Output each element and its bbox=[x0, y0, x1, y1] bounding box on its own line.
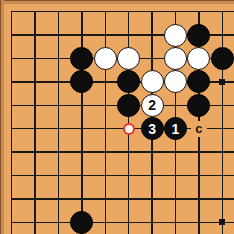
star-point bbox=[219, 219, 225, 225]
black-stone bbox=[70, 47, 93, 70]
grid-line-vertical bbox=[58, 11, 60, 234]
grid-line-horizontal bbox=[11, 198, 234, 200]
black-stone-move-3: 3 bbox=[141, 117, 164, 140]
black-stone bbox=[117, 70, 140, 93]
grid-line-horizontal bbox=[11, 151, 234, 153]
grid-line-vertical bbox=[11, 11, 13, 234]
black-stone bbox=[187, 94, 210, 117]
white-stone bbox=[187, 47, 210, 70]
white-stone-move-2: 2 bbox=[141, 94, 164, 117]
white-stone bbox=[117, 47, 140, 70]
white-stone bbox=[164, 24, 187, 47]
grid-line-vertical bbox=[105, 11, 107, 234]
star-point bbox=[219, 79, 225, 85]
board-left-edge bbox=[0, 0, 4, 234]
black-stone bbox=[187, 70, 210, 93]
grid-line-vertical bbox=[81, 11, 83, 234]
black-stone bbox=[70, 70, 93, 93]
go-board[interactable]: 231c bbox=[0, 0, 234, 234]
grid-line-horizontal bbox=[11, 222, 234, 224]
black-stone bbox=[70, 211, 93, 234]
black-stone-move-1: 1 bbox=[164, 117, 187, 140]
letter-label-c: c bbox=[191, 121, 207, 137]
grid-line-horizontal bbox=[11, 11, 234, 13]
board-top-edge bbox=[0, 0, 234, 4]
white-stone bbox=[164, 47, 187, 70]
black-stone bbox=[117, 94, 140, 117]
black-stone bbox=[211, 47, 234, 70]
white-stone bbox=[164, 70, 187, 93]
grid-line-vertical bbox=[34, 11, 36, 234]
white-stone bbox=[141, 70, 164, 93]
white-stone bbox=[94, 47, 117, 70]
grid-line-vertical bbox=[222, 11, 224, 234]
black-stone bbox=[187, 24, 210, 47]
red-circle-marker bbox=[123, 123, 135, 135]
grid-line-horizontal bbox=[11, 175, 234, 177]
